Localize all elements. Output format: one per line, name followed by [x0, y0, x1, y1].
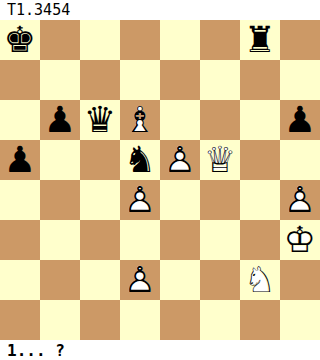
black-pawn[interactable]: ♟ [40, 100, 80, 140]
square-h8[interactable] [280, 20, 320, 60]
square-b6[interactable]: ♟ [40, 100, 80, 140]
puzzle-id: T1.3454 [7, 1, 70, 19]
piece-outline-layer: ♘ [244, 260, 276, 300]
square-d6[interactable]: ♝♗ [120, 100, 160, 140]
square-d2[interactable]: ♟♙ [120, 260, 160, 300]
piece-outline-layer: ♙ [164, 140, 196, 180]
square-f1[interactable] [200, 300, 240, 340]
square-h5[interactable] [280, 140, 320, 180]
white-pawn[interactable]: ♟♙ [160, 140, 200, 180]
square-f4[interactable] [200, 180, 240, 220]
white-king[interactable]: ♚♔ [280, 220, 320, 260]
square-b8[interactable] [40, 20, 80, 60]
square-c4[interactable] [80, 180, 120, 220]
white-pawn[interactable]: ♟♙ [120, 180, 160, 220]
piece-outline-layer: ♕ [204, 140, 236, 180]
square-f7[interactable] [200, 60, 240, 100]
square-b3[interactable] [40, 220, 80, 260]
square-c1[interactable] [80, 300, 120, 340]
black-rook[interactable]: ♜ [240, 20, 280, 60]
square-a6[interactable] [0, 100, 40, 140]
square-g4[interactable] [240, 180, 280, 220]
square-g6[interactable] [240, 100, 280, 140]
square-g8[interactable]: ♜ [240, 20, 280, 60]
square-h4[interactable]: ♟♙ [280, 180, 320, 220]
square-e6[interactable] [160, 100, 200, 140]
square-a4[interactable] [0, 180, 40, 220]
square-e5[interactable]: ♟♙ [160, 140, 200, 180]
square-g5[interactable] [240, 140, 280, 180]
square-g1[interactable] [240, 300, 280, 340]
square-a5[interactable]: ♟ [0, 140, 40, 180]
square-c2[interactable] [80, 260, 120, 300]
black-queen[interactable]: ♛ [80, 100, 120, 140]
square-f5[interactable]: ♛♕ [200, 140, 240, 180]
title-bar: T1.3454 [0, 0, 320, 20]
square-e3[interactable] [160, 220, 200, 260]
white-bishop[interactable]: ♝♗ [120, 100, 160, 140]
square-g7[interactable] [240, 60, 280, 100]
square-b2[interactable] [40, 260, 80, 300]
square-e1[interactable] [160, 300, 200, 340]
square-h3[interactable]: ♚♔ [280, 220, 320, 260]
piece-outline-layer: ♔ [284, 220, 316, 260]
square-e4[interactable] [160, 180, 200, 220]
square-c3[interactable] [80, 220, 120, 260]
black-pawn[interactable]: ♟ [0, 140, 40, 180]
square-d5[interactable]: ♞ [120, 140, 160, 180]
square-b7[interactable] [40, 60, 80, 100]
square-d1[interactable] [120, 300, 160, 340]
piece-outline-layer: ♙ [124, 180, 156, 220]
square-b5[interactable] [40, 140, 80, 180]
square-h6[interactable]: ♟ [280, 100, 320, 140]
square-b4[interactable] [40, 180, 80, 220]
square-e7[interactable] [160, 60, 200, 100]
square-a7[interactable] [0, 60, 40, 100]
square-h7[interactable] [280, 60, 320, 100]
white-pawn[interactable]: ♟♙ [120, 260, 160, 300]
square-e8[interactable] [160, 20, 200, 60]
square-d7[interactable] [120, 60, 160, 100]
square-b1[interactable] [40, 300, 80, 340]
white-pawn[interactable]: ♟♙ [280, 180, 320, 220]
square-c8[interactable] [80, 20, 120, 60]
square-e2[interactable] [160, 260, 200, 300]
square-c6[interactable]: ♛ [80, 100, 120, 140]
square-f8[interactable] [200, 20, 240, 60]
square-c5[interactable] [80, 140, 120, 180]
move-prompt: 1... ? [7, 341, 65, 360]
status-bar: 1... ? [0, 340, 320, 360]
square-a2[interactable] [0, 260, 40, 300]
black-pawn[interactable]: ♟ [280, 100, 320, 140]
square-f3[interactable] [200, 220, 240, 260]
square-g2[interactable]: ♞♘ [240, 260, 280, 300]
square-h2[interactable] [280, 260, 320, 300]
piece-outline-layer: ♗ [124, 100, 156, 140]
black-king[interactable]: ♚ [0, 20, 40, 60]
white-queen[interactable]: ♛♕ [200, 140, 240, 180]
square-g3[interactable] [240, 220, 280, 260]
square-c7[interactable] [80, 60, 120, 100]
square-f6[interactable] [200, 100, 240, 140]
chess-board: ♚♜♟♛♝♗♟♟♞♟♙♛♕♟♙♟♙♚♔♟♙♞♘ [0, 20, 320, 340]
square-a8[interactable]: ♚ [0, 20, 40, 60]
square-d4[interactable]: ♟♙ [120, 180, 160, 220]
square-d8[interactable] [120, 20, 160, 60]
piece-outline-layer: ♙ [284, 180, 316, 220]
black-knight[interactable]: ♞ [120, 140, 160, 180]
white-knight[interactable]: ♞♘ [240, 260, 280, 300]
square-a3[interactable] [0, 220, 40, 260]
square-h1[interactable] [280, 300, 320, 340]
square-d3[interactable] [120, 220, 160, 260]
square-f2[interactable] [200, 260, 240, 300]
square-a1[interactable] [0, 300, 40, 340]
piece-outline-layer: ♙ [124, 260, 156, 300]
